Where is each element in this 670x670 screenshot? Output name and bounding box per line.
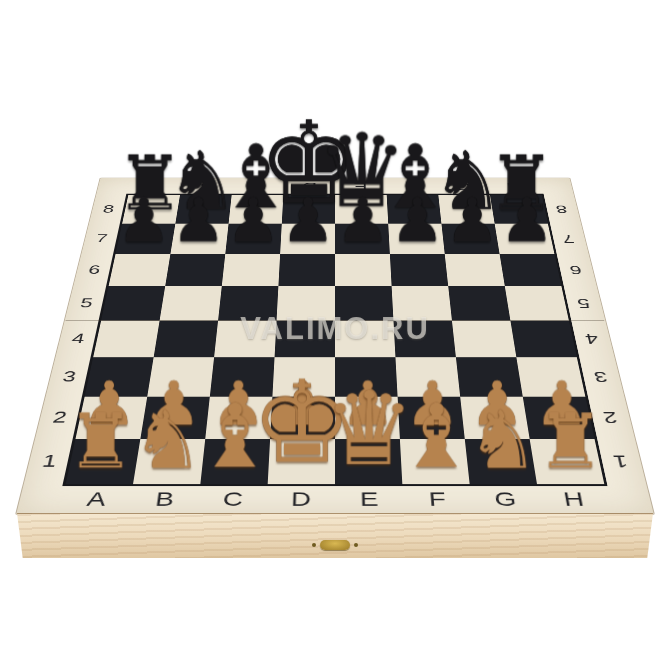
piece-white-knight-g1: ♞ [467,400,539,480]
file-label-top-g: G [436,178,490,195]
file-label-bottom-e: E [335,484,404,515]
piece-black-pawn-f7: ♟ [390,191,444,252]
file-label-bottom-d: D [266,484,335,515]
piece-cell-e1: ♛ [335,439,402,484]
product-photo-chess-set: ABCDEFGH ABCDEFGH 87654321 87654321 ♜♞♝♚… [0,0,670,670]
chess-board: ABCDEFGH ABCDEFGH 87654321 87654321 ♜♞♝♚… [15,178,655,515]
piece-black-pawn-e7: ♟ [335,191,389,252]
piece-black-pawn-a7: ♟ [116,191,170,252]
file-label-bottom-h: H [537,484,611,515]
piece-black-pawn-c7: ♟ [226,191,280,252]
file-label-top-d: D [283,178,335,195]
board-scene: ABCDEFGH ABCDEFGH 87654321 87654321 ♜♞♝♚… [0,0,670,670]
piece-white-rook-a1: ♜ [66,404,134,480]
file-label-bottom-a: A [59,484,133,515]
piece-white-knight-b1: ♞ [131,400,203,480]
file-label-top-b: B [180,178,234,195]
piece-black-pawn-d7: ♟ [280,191,334,252]
rank-label-right-3: 3 [577,357,625,396]
rank-label-right-1: 1 [594,439,647,484]
rank-label-right-2: 2 [585,397,636,439]
file-labels-bottom: ABCDEFGH [59,484,611,515]
file-label-bottom-c: C [197,484,268,515]
file-label-bottom-b: B [128,484,200,515]
file-label-bottom-g: G [470,484,542,515]
file-labels-top: ABCDEFGH [128,178,541,195]
rank-label-right-5: 5 [561,286,606,320]
piece-cell-a7: ♟ [116,224,176,254]
file-label-top-h: H [487,178,541,195]
rank-label-right-6: 6 [554,254,597,286]
piece-cell-d7: ♟ [280,224,335,254]
file-label-top-e: E [335,178,387,195]
piece-cell-b7: ♟ [170,224,228,254]
rank-label-right-4: 4 [569,321,616,358]
piece-cell-b1: ♞ [133,439,205,484]
file-label-top-a: A [128,178,182,195]
box-front-panel [17,513,653,558]
piece-cell-g1: ♞ [465,439,537,484]
file-label-top-f: F [386,178,439,195]
rank-label-right-7: 7 [548,224,590,254]
piece-cell-g7: ♟ [441,224,499,254]
piece-black-pawn-g7: ♟ [445,191,499,252]
piece-cell-a1: ♜ [66,439,141,484]
piece-cell-c7: ♟ [225,224,282,254]
piece-black-pawn-b7: ♟ [171,191,225,252]
piece-cell-f7: ♟ [388,224,445,254]
piece-cell-h1: ♜ [530,439,605,484]
piece-cell-c1: ♝ [200,439,270,484]
piece-white-bishop-c1: ♝ [195,392,274,480]
file-label-bottom-f: F [402,484,473,515]
file-label-top-c: C [232,178,285,195]
piece-white-queen-e1: ♛ [323,379,414,481]
brass-clasp [320,540,350,550]
piece-cell-h7: ♟ [495,224,555,254]
piece-cell-e7: ♟ [335,224,390,254]
rank-label-right-8: 8 [542,195,582,224]
